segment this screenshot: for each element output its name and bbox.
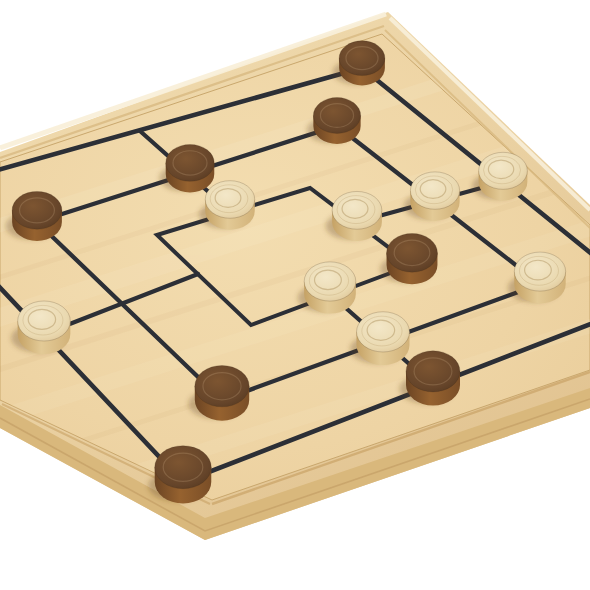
point-d7[interactable] bbox=[126, 117, 154, 145]
point-b4[interactable] bbox=[108, 289, 136, 317]
point-e5[interactable] bbox=[296, 174, 324, 202]
point-c4[interactable] bbox=[184, 260, 212, 288]
point-c5[interactable] bbox=[143, 221, 171, 249]
morris-board bbox=[0, 0, 590, 590]
morris-board-photo bbox=[0, 0, 590, 590]
point-c3[interactable] bbox=[237, 311, 265, 339]
